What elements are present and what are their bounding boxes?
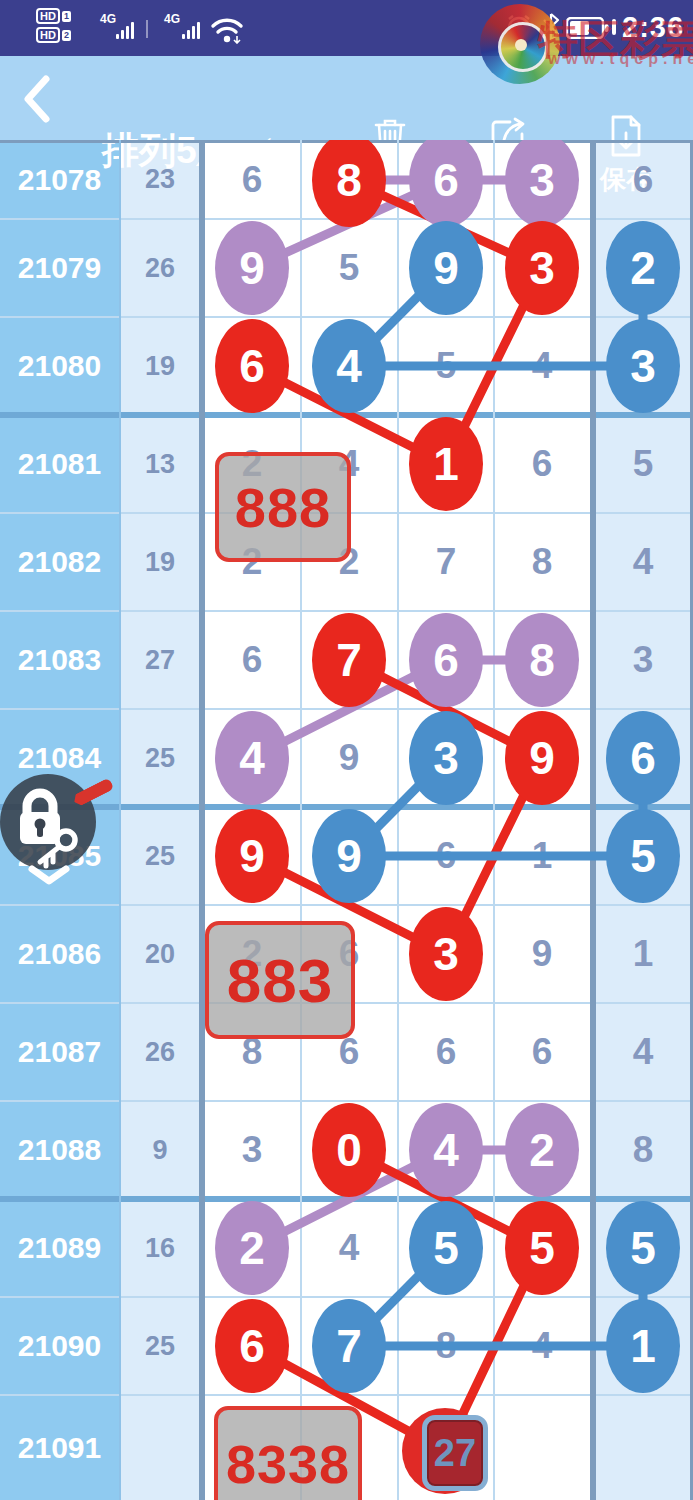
- mark-circle-blue[interactable]: 5: [606, 1201, 680, 1295]
- digit-cell[interactable]: 3: [596, 611, 690, 709]
- mark-circle-purple[interactable]: 4: [409, 1103, 483, 1197]
- bluetooth-icon: [540, 12, 562, 42]
- back-button[interactable]: [18, 74, 56, 124]
- app-screen: HD1 HD2 4G 4G 2: [0, 0, 693, 1500]
- sum-cell: 19: [121, 317, 199, 415]
- digit-cell[interactable]: 4: [495, 1297, 589, 1395]
- digit-cell[interactable]: 4: [302, 1199, 396, 1297]
- issue-cell: 21086: [0, 905, 119, 1003]
- digit-cell[interactable]: 5: [302, 219, 396, 317]
- mark-circle-blue[interactable]: 7: [312, 1299, 386, 1393]
- issue-cell: 21078: [0, 140, 119, 219]
- mark-circle-red[interactable]: 7: [312, 613, 386, 707]
- padlock-key-icon: [0, 774, 96, 870]
- battery-icon: [566, 17, 610, 39]
- sum-cell: 27: [121, 611, 199, 709]
- mark-circle-red[interactable]: 3: [505, 221, 579, 315]
- digit-cell[interactable]: 1: [596, 905, 690, 1003]
- charging-pin-icon: [612, 19, 616, 35]
- mark-circle-red[interactable]: 3: [409, 907, 483, 1001]
- sum-cell: 25: [121, 1297, 199, 1395]
- mark-circle-blue[interactable]: 9: [409, 221, 483, 315]
- mark-circle-purple[interactable]: 4: [215, 711, 289, 805]
- mark-circle-red[interactable]: 6: [215, 319, 289, 413]
- digit-cell[interactable]: 8: [495, 513, 589, 611]
- sum-cell: 25: [121, 709, 199, 807]
- sum-cell: 19: [121, 513, 199, 611]
- digit-cell[interactable]: 3: [205, 1101, 299, 1199]
- trend-table: 888 883 8338 27 210782368636210792695932…: [0, 140, 693, 1500]
- hd-volte-badges: HD1 HD2: [36, 6, 75, 43]
- mark-circle-red[interactable]: 9: [215, 809, 289, 903]
- digit-cell[interactable]: 5: [399, 317, 493, 415]
- mark-circle-purple[interactable]: 2: [505, 1103, 579, 1197]
- digit-cell[interactable]: 4: [596, 1003, 690, 1101]
- digit-cell[interactable]: 6: [495, 415, 589, 513]
- issue-cell: 21082: [0, 513, 119, 611]
- hd2-badge: HD: [36, 27, 60, 43]
- sum-cell: 26: [121, 1003, 199, 1101]
- annotation-box-888[interactable]: 888: [215, 452, 351, 562]
- mark-circle-purple[interactable]: 8: [505, 613, 579, 707]
- sum-cell: 13: [121, 415, 199, 513]
- sum-cell: 23: [121, 140, 199, 219]
- mark-circle-blue[interactable]: 5: [606, 809, 680, 903]
- network-type-1: 4G: [100, 12, 116, 26]
- digit-cell[interactable]: 6: [205, 611, 299, 709]
- digit-cell[interactable]: 6: [596, 140, 690, 219]
- issue-cell: 21090: [0, 1297, 119, 1395]
- mark-circle-blue[interactable]: 9: [312, 809, 386, 903]
- hd1-badge: HD: [36, 8, 60, 24]
- sum-cell: 26: [121, 219, 199, 317]
- mark-circle-blue[interactable]: 1: [606, 1299, 680, 1393]
- annotation-box-8338[interactable]: 8338: [214, 1406, 362, 1500]
- digit-cell[interactable]: 8: [596, 1101, 690, 1199]
- status-bar: HD1 HD2 4G 4G 2: [0, 0, 693, 56]
- mark-circle-blue[interactable]: 4: [312, 319, 386, 413]
- mark-circle-blue[interactable]: 2: [606, 221, 680, 315]
- signal-bars-icon-2: [182, 22, 200, 39]
- sum-cell: 20: [121, 905, 199, 1003]
- sum-cell: 9: [121, 1101, 199, 1199]
- digit-cell[interactable]: 6: [205, 140, 299, 219]
- network-type-2: 4G: [164, 12, 180, 26]
- collapse-chevron-down[interactable]: [26, 864, 72, 888]
- digit-cell[interactable]: 1: [495, 807, 589, 905]
- mark-circle-blue[interactable]: 3: [409, 711, 483, 805]
- digit-cell[interactable]: 6: [495, 1003, 589, 1101]
- wifi-icon: [210, 14, 244, 44]
- mark-circle-red[interactable]: 5: [505, 1201, 579, 1295]
- digit-cell[interactable]: 4: [596, 513, 690, 611]
- sum-cell: 16: [121, 1199, 199, 1297]
- issue-cell: 21087: [0, 1003, 119, 1101]
- signal-bars-icon: [116, 22, 134, 39]
- divider: [146, 20, 148, 38]
- digit-cell[interactable]: 9: [302, 709, 396, 807]
- digit-cell[interactable]: 9: [495, 905, 589, 1003]
- alarm-clock-icon: [505, 13, 533, 41]
- toolbar: 排列5 ← 撤销 清除 分享: [0, 56, 693, 140]
- mark-circle-purple[interactable]: 2: [215, 1201, 289, 1295]
- mark-circle-red[interactable]: 0: [312, 1103, 386, 1197]
- mark-circle-blue[interactable]: 6: [606, 711, 680, 805]
- issue-cell: 21080: [0, 317, 119, 415]
- issue-cell: 21088: [0, 1101, 119, 1199]
- digit-cell[interactable]: 8: [399, 1297, 493, 1395]
- mark-circle-blue[interactable]: 5: [409, 1201, 483, 1295]
- lock-button[interactable]: [0, 774, 96, 870]
- annotation-box-883[interactable]: 883: [205, 921, 355, 1039]
- mark-circle-red[interactable]: 6: [215, 1299, 289, 1393]
- issue-cell: 21079: [0, 219, 119, 317]
- digit-cell[interactable]: 5: [596, 415, 690, 513]
- issue-cell: 21083: [0, 611, 119, 709]
- issue-cell: 21081: [0, 415, 119, 513]
- sum-cell: 25: [121, 807, 199, 905]
- digit-cell[interactable]: 4: [495, 317, 589, 415]
- mark-circle-blue[interactable]: 3: [606, 319, 680, 413]
- digit-cell[interactable]: 6: [399, 807, 493, 905]
- mark-circle-red[interactable]: 1: [409, 417, 483, 511]
- issue-cell: 21089: [0, 1199, 119, 1297]
- mark-circle-purple[interactable]: 6: [409, 613, 483, 707]
- mark-circle-purple[interactable]: 9: [215, 221, 289, 315]
- digit-cell[interactable]: 7: [399, 513, 493, 611]
- prediction-value-box[interactable]: 27: [422, 1415, 488, 1491]
- clock-time: 2:36: [622, 11, 684, 44]
- digit-cell[interactable]: 6: [399, 1003, 493, 1101]
- mark-circle-red[interactable]: 9: [505, 711, 579, 805]
- issue-cell: 21091: [0, 1395, 119, 1500]
